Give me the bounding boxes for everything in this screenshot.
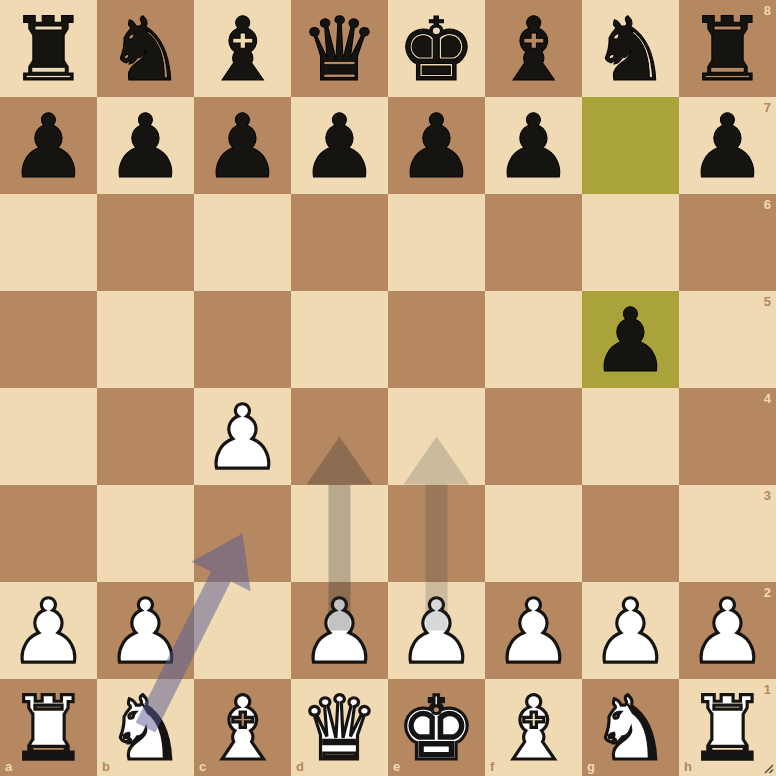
white-pawn-c4[interactable]: ♟ [194,388,291,485]
white-pawn-e2[interactable]: ♟ [388,582,485,679]
square-e8[interactable]: ♚ [388,0,485,97]
coord-rank-5: 5 [764,295,771,308]
white-pawn-d2[interactable]: ♟ [291,582,388,679]
square-g1[interactable]: ♞g [582,679,679,776]
square-d3[interactable] [291,485,388,582]
square-d6[interactable] [291,194,388,291]
square-a6[interactable] [0,194,97,291]
black-knight-g8[interactable]: ♞ [582,0,679,97]
white-knight-b1[interactable]: ♞ [97,679,194,776]
square-d8[interactable]: ♛ [291,0,388,97]
board-resize-handle-icon[interactable] [761,761,775,775]
square-c3[interactable] [194,485,291,582]
square-b1[interactable]: ♞b [97,679,194,776]
square-d1[interactable]: ♛d [291,679,388,776]
square-b5[interactable] [97,291,194,388]
black-pawn-c7[interactable]: ♟ [194,97,291,194]
square-f4[interactable] [485,388,582,485]
white-queen-d1[interactable]: ♛ [291,679,388,776]
black-knight-b8[interactable]: ♞ [97,0,194,97]
square-a5[interactable] [0,291,97,388]
square-f8[interactable]: ♝ [485,0,582,97]
square-h2[interactable]: ♟2 [679,582,776,679]
black-pawn-b7[interactable]: ♟ [97,97,194,194]
square-a1[interactable]: ♜a [0,679,97,776]
square-h4[interactable]: 4 [679,388,776,485]
square-h8[interactable]: ♜8 [679,0,776,97]
square-b6[interactable] [97,194,194,291]
square-e1[interactable]: ♚e [388,679,485,776]
square-a3[interactable] [0,485,97,582]
square-a8[interactable]: ♜ [0,0,97,97]
square-g8[interactable]: ♞ [582,0,679,97]
black-queen-d8[interactable]: ♛ [291,0,388,97]
chess-board: ♜♞♝♛♚♝♞♜8♟♟♟♟♟♟♟76♟5♟43♟♟♟♟♟♟♟2♜a♞b♝c♛d♚… [0,0,776,776]
black-pawn-e7[interactable]: ♟ [388,97,485,194]
square-g2[interactable]: ♟ [582,582,679,679]
black-pawn-a7[interactable]: ♟ [0,97,97,194]
square-d2[interactable]: ♟ [291,582,388,679]
square-a4[interactable] [0,388,97,485]
square-e6[interactable] [388,194,485,291]
square-b7[interactable]: ♟ [97,97,194,194]
black-king-e8[interactable]: ♚ [388,0,485,97]
square-b2[interactable]: ♟ [97,582,194,679]
square-h3[interactable]: 3 [679,485,776,582]
square-g3[interactable] [582,485,679,582]
black-pawn-f7[interactable]: ♟ [485,97,582,194]
black-pawn-d7[interactable]: ♟ [291,97,388,194]
white-bishop-c1[interactable]: ♝ [194,679,291,776]
square-a7[interactable]: ♟ [0,97,97,194]
coord-rank-6: 6 [764,198,771,211]
square-f7[interactable]: ♟ [485,97,582,194]
coord-rank-4: 4 [764,392,771,405]
square-g4[interactable] [582,388,679,485]
square-f1[interactable]: ♝f [485,679,582,776]
white-pawn-b2[interactable]: ♟ [97,582,194,679]
square-h7[interactable]: ♟7 [679,97,776,194]
square-d7[interactable]: ♟ [291,97,388,194]
white-king-e1[interactable]: ♚ [388,679,485,776]
coord-rank-3: 3 [764,489,771,502]
black-pawn-h7[interactable]: ♟ [679,97,776,194]
square-f2[interactable]: ♟ [485,582,582,679]
square-e4[interactable] [388,388,485,485]
square-e5[interactable] [388,291,485,388]
square-a2[interactable]: ♟ [0,582,97,679]
square-h6[interactable]: 6 [679,194,776,291]
square-c4[interactable]: ♟ [194,388,291,485]
white-bishop-f1[interactable]: ♝ [485,679,582,776]
white-pawn-f2[interactable]: ♟ [485,582,582,679]
square-f5[interactable] [485,291,582,388]
white-rook-a1[interactable]: ♜ [0,679,97,776]
square-c1[interactable]: ♝c [194,679,291,776]
chess-board-app: ♜♞♝♛♚♝♞♜8♟♟♟♟♟♟♟76♟5♟43♟♟♟♟♟♟♟2♜a♞b♝c♛d♚… [0,0,776,776]
square-b3[interactable] [97,485,194,582]
square-c5[interactable] [194,291,291,388]
square-c7[interactable]: ♟ [194,97,291,194]
black-rook-h8[interactable]: ♜ [679,0,776,97]
square-e7[interactable]: ♟ [388,97,485,194]
white-pawn-a2[interactable]: ♟ [0,582,97,679]
white-pawn-h2[interactable]: ♟ [679,582,776,679]
white-knight-g1[interactable]: ♞ [582,679,679,776]
square-c8[interactable]: ♝ [194,0,291,97]
square-e2[interactable]: ♟ [388,582,485,679]
square-b8[interactable]: ♞ [97,0,194,97]
square-d4[interactable] [291,388,388,485]
square-b4[interactable] [97,388,194,485]
black-bishop-c8[interactable]: ♝ [194,0,291,97]
square-c2[interactable] [194,582,291,679]
square-g6[interactable] [582,194,679,291]
square-c6[interactable] [194,194,291,291]
black-bishop-f8[interactable]: ♝ [485,0,582,97]
square-f3[interactable] [485,485,582,582]
square-f6[interactable] [485,194,582,291]
square-d5[interactable] [291,291,388,388]
square-h5[interactable]: 5 [679,291,776,388]
black-pawn-g5[interactable]: ♟ [582,291,679,388]
square-g5[interactable]: ♟ [582,291,679,388]
white-pawn-g2[interactable]: ♟ [582,582,679,679]
black-rook-a8[interactable]: ♜ [0,0,97,97]
square-g7[interactable] [582,97,679,194]
square-e3[interactable] [388,485,485,582]
